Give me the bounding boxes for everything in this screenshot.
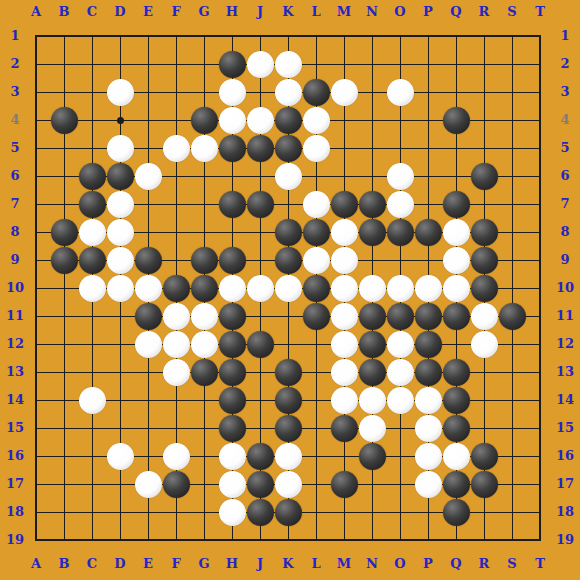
stone-white <box>79 387 106 414</box>
stone-black <box>219 135 246 162</box>
stone-white <box>79 219 106 246</box>
row-label-right: 18 <box>552 504 578 520</box>
col-label-bottom: A <box>23 556 49 572</box>
row-label-right: 4 <box>552 112 578 128</box>
stone-white <box>387 79 414 106</box>
stone-black <box>359 359 386 386</box>
stone-black <box>191 107 218 134</box>
col-label-top: N <box>359 4 385 20</box>
stone-black <box>443 471 470 498</box>
stone-black <box>415 219 442 246</box>
stone-white <box>331 359 358 386</box>
stone-white <box>415 443 442 470</box>
col-label-top: F <box>163 4 189 20</box>
stone-black <box>443 303 470 330</box>
row-label-left: 8 <box>2 224 28 240</box>
stone-black <box>443 387 470 414</box>
stone-white <box>387 387 414 414</box>
stone-white <box>163 331 190 358</box>
stone-black <box>359 191 386 218</box>
stone-white <box>331 219 358 246</box>
stone-black <box>219 191 246 218</box>
row-label-right: 6 <box>552 168 578 184</box>
row-label-left: 4 <box>2 112 28 128</box>
stone-white <box>275 275 302 302</box>
row-label-left: 9 <box>2 252 28 268</box>
stone-black <box>471 219 498 246</box>
stone-black <box>499 303 526 330</box>
col-label-top: S <box>499 4 525 20</box>
row-label-right: 12 <box>552 336 578 352</box>
col-label-bottom: B <box>51 556 77 572</box>
stone-black <box>359 303 386 330</box>
stone-black <box>443 359 470 386</box>
stone-white <box>135 275 162 302</box>
stone-white <box>275 51 302 78</box>
stone-black <box>79 247 106 274</box>
stone-white <box>79 275 106 302</box>
stone-white <box>107 443 134 470</box>
row-label-right: 15 <box>552 420 578 436</box>
stone-black <box>275 247 302 274</box>
row-label-left: 17 <box>2 476 28 492</box>
row-label-right: 2 <box>552 56 578 72</box>
stone-white <box>443 275 470 302</box>
row-label-right: 13 <box>552 364 578 380</box>
col-label-bottom: H <box>219 556 245 572</box>
star-point <box>117 117 124 124</box>
stone-black <box>471 247 498 274</box>
stone-black <box>275 135 302 162</box>
stone-white <box>135 163 162 190</box>
stone-black <box>331 191 358 218</box>
stone-black <box>471 443 498 470</box>
stone-black <box>219 303 246 330</box>
stone-white <box>163 135 190 162</box>
col-label-bottom: E <box>135 556 161 572</box>
stone-black <box>135 247 162 274</box>
stone-white <box>163 443 190 470</box>
stone-black <box>219 387 246 414</box>
col-label-bottom: M <box>331 556 357 572</box>
col-label-bottom: P <box>415 556 441 572</box>
stone-black <box>219 331 246 358</box>
col-label-top: L <box>303 4 329 20</box>
col-label-top: D <box>107 4 133 20</box>
stone-black <box>191 275 218 302</box>
col-label-top: T <box>527 4 553 20</box>
row-label-right: 1 <box>552 28 578 44</box>
stone-white <box>275 79 302 106</box>
row-label-left: 15 <box>2 420 28 436</box>
stone-white <box>415 471 442 498</box>
stone-white <box>359 387 386 414</box>
col-label-bottom: G <box>191 556 217 572</box>
row-label-left: 14 <box>2 392 28 408</box>
stone-white <box>303 247 330 274</box>
col-label-bottom: Q <box>443 556 469 572</box>
stone-black <box>247 135 274 162</box>
col-label-top: E <box>135 4 161 20</box>
stone-black <box>135 303 162 330</box>
stone-white <box>107 275 134 302</box>
stone-white <box>359 415 386 442</box>
stone-black <box>387 219 414 246</box>
row-label-right: 5 <box>552 140 578 156</box>
stone-black <box>275 107 302 134</box>
stone-white <box>331 79 358 106</box>
col-label-bottom: O <box>387 556 413 572</box>
col-label-top: P <box>415 4 441 20</box>
stone-black <box>275 415 302 442</box>
stone-white <box>331 247 358 274</box>
stone-black <box>303 275 330 302</box>
stone-black <box>443 107 470 134</box>
col-label-bottom: S <box>499 556 525 572</box>
stone-white <box>191 303 218 330</box>
stone-white <box>471 303 498 330</box>
col-label-bottom: J <box>247 556 273 572</box>
stone-black <box>51 219 78 246</box>
stone-white <box>107 79 134 106</box>
stone-black <box>247 191 274 218</box>
stone-white <box>331 275 358 302</box>
stone-black <box>247 499 274 526</box>
col-label-top: H <box>219 4 245 20</box>
col-label-bottom: C <box>79 556 105 572</box>
stone-white <box>135 471 162 498</box>
stone-white <box>303 107 330 134</box>
stone-black <box>443 415 470 442</box>
stone-white <box>219 499 246 526</box>
col-label-top: Q <box>443 4 469 20</box>
stone-white <box>219 79 246 106</box>
stone-white <box>443 443 470 470</box>
stone-white <box>275 443 302 470</box>
stone-black <box>79 163 106 190</box>
stone-white <box>303 135 330 162</box>
row-label-right: 16 <box>552 448 578 464</box>
stone-white <box>275 163 302 190</box>
stone-white <box>191 135 218 162</box>
col-label-bottom: L <box>303 556 329 572</box>
stone-black <box>191 247 218 274</box>
stone-white <box>331 331 358 358</box>
stone-white <box>135 331 162 358</box>
row-label-left: 6 <box>2 168 28 184</box>
stone-black <box>247 443 274 470</box>
row-label-left: 2 <box>2 56 28 72</box>
stone-black <box>275 359 302 386</box>
stone-black <box>443 499 470 526</box>
col-label-top: M <box>331 4 357 20</box>
stone-black <box>303 303 330 330</box>
stone-black <box>275 387 302 414</box>
col-label-bottom: F <box>163 556 189 572</box>
row-label-right: 3 <box>552 84 578 100</box>
stone-white <box>415 387 442 414</box>
stone-black <box>79 191 106 218</box>
stone-white <box>219 471 246 498</box>
stone-white <box>107 219 134 246</box>
stone-white <box>107 135 134 162</box>
stone-white <box>247 275 274 302</box>
row-label-left: 13 <box>2 364 28 380</box>
stone-white <box>331 303 358 330</box>
stone-white <box>191 331 218 358</box>
stone-black <box>443 191 470 218</box>
stone-black <box>275 499 302 526</box>
stone-black <box>471 275 498 302</box>
col-label-top: O <box>387 4 413 20</box>
row-label-left: 16 <box>2 448 28 464</box>
grid-line-vertical <box>512 36 513 540</box>
stone-white <box>443 247 470 274</box>
stone-black <box>219 415 246 442</box>
stone-black <box>415 359 442 386</box>
stone-white <box>387 331 414 358</box>
stone-white <box>387 163 414 190</box>
stone-black <box>163 471 190 498</box>
stone-black <box>247 331 274 358</box>
row-label-right: 8 <box>552 224 578 240</box>
col-label-top: R <box>471 4 497 20</box>
col-label-top: J <box>247 4 273 20</box>
stone-white <box>303 191 330 218</box>
col-label-bottom: N <box>359 556 385 572</box>
col-label-bottom: D <box>107 556 133 572</box>
stone-white <box>247 107 274 134</box>
row-label-left: 12 <box>2 336 28 352</box>
col-label-top: K <box>275 4 301 20</box>
stone-white <box>387 191 414 218</box>
stone-black <box>219 247 246 274</box>
row-label-right: 17 <box>552 476 578 492</box>
stone-white <box>219 443 246 470</box>
col-label-top: G <box>191 4 217 20</box>
go-board[interactable]: AABBCCDDEEFFGGHHJJKKLLMMNNOOPPQQRRSSTT11… <box>0 0 580 580</box>
stone-black <box>107 163 134 190</box>
stone-black <box>51 247 78 274</box>
stone-white <box>387 359 414 386</box>
stone-black <box>331 471 358 498</box>
stone-white <box>107 247 134 274</box>
stone-white <box>219 275 246 302</box>
stone-black <box>219 51 246 78</box>
stone-black <box>359 443 386 470</box>
stone-black <box>303 219 330 246</box>
row-label-right: 9 <box>552 252 578 268</box>
stone-black <box>163 275 190 302</box>
stone-black <box>415 331 442 358</box>
stone-white <box>247 51 274 78</box>
stone-white <box>415 275 442 302</box>
row-label-left: 19 <box>2 532 28 548</box>
row-label-right: 10 <box>552 280 578 296</box>
stone-black <box>471 471 498 498</box>
grid-line-horizontal <box>36 344 540 345</box>
row-label-left: 3 <box>2 84 28 100</box>
row-label-right: 14 <box>552 392 578 408</box>
row-label-left: 10 <box>2 280 28 296</box>
row-label-right: 11 <box>552 308 578 324</box>
col-label-top: B <box>51 4 77 20</box>
stone-black <box>387 303 414 330</box>
stone-white <box>163 359 190 386</box>
col-label-top: A <box>23 4 49 20</box>
row-label-right: 7 <box>552 196 578 212</box>
stone-black <box>219 359 246 386</box>
stone-black <box>303 79 330 106</box>
stone-white <box>471 331 498 358</box>
stone-white <box>275 471 302 498</box>
row-label-left: 1 <box>2 28 28 44</box>
col-label-bottom: R <box>471 556 497 572</box>
stone-white <box>415 415 442 442</box>
stone-white <box>163 303 190 330</box>
stone-black <box>359 331 386 358</box>
stone-white <box>443 219 470 246</box>
stone-white <box>387 275 414 302</box>
row-label-left: 11 <box>2 308 28 324</box>
stone-black <box>247 471 274 498</box>
row-label-left: 18 <box>2 504 28 520</box>
stone-black <box>275 219 302 246</box>
stone-black <box>51 107 78 134</box>
col-label-top: C <box>79 4 105 20</box>
stone-white <box>219 107 246 134</box>
col-label-bottom: K <box>275 556 301 572</box>
stone-white <box>359 275 386 302</box>
stone-black <box>359 219 386 246</box>
row-label-left: 7 <box>2 196 28 212</box>
row-label-right: 19 <box>552 532 578 548</box>
stone-black <box>191 359 218 386</box>
stone-black <box>471 163 498 190</box>
stone-black <box>415 303 442 330</box>
stone-black <box>331 415 358 442</box>
col-label-bottom: T <box>527 556 553 572</box>
stone-white <box>331 387 358 414</box>
row-label-left: 5 <box>2 140 28 156</box>
stone-white <box>107 191 134 218</box>
